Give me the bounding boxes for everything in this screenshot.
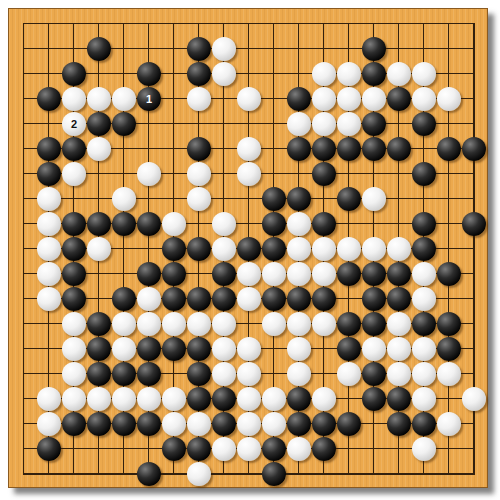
black-stone bbox=[362, 287, 386, 311]
black-stone bbox=[212, 387, 236, 411]
white-stone bbox=[187, 87, 211, 111]
white-stone bbox=[387, 312, 411, 336]
white-stone bbox=[412, 262, 436, 286]
white-stone bbox=[337, 62, 361, 86]
white-stone bbox=[287, 112, 311, 136]
black-stone bbox=[212, 262, 236, 286]
black-stone bbox=[437, 262, 461, 286]
black-stone bbox=[387, 412, 411, 436]
black-stone bbox=[212, 287, 236, 311]
white-stone bbox=[312, 237, 336, 261]
black-stone bbox=[87, 212, 111, 236]
white-stone bbox=[262, 387, 286, 411]
white-stone bbox=[187, 412, 211, 436]
black-stone bbox=[287, 87, 311, 111]
white-stone bbox=[412, 87, 436, 111]
white-stone bbox=[162, 212, 186, 236]
black-stone bbox=[187, 137, 211, 161]
white-stone bbox=[162, 387, 186, 411]
black-stone bbox=[412, 212, 436, 236]
black-stone bbox=[362, 62, 386, 86]
black-stone bbox=[337, 137, 361, 161]
white-stone bbox=[37, 237, 61, 261]
white-stone bbox=[237, 387, 261, 411]
white-stone bbox=[212, 362, 236, 386]
white-stone bbox=[237, 337, 261, 361]
black-stone bbox=[312, 412, 336, 436]
white-stone bbox=[362, 87, 386, 111]
white-stone bbox=[387, 337, 411, 361]
white-stone bbox=[212, 237, 236, 261]
black-stone bbox=[62, 212, 86, 236]
black-stone bbox=[112, 212, 136, 236]
black-stone bbox=[437, 137, 461, 161]
white-stone: 2 bbox=[62, 112, 86, 136]
black-stone bbox=[112, 412, 136, 436]
white-stone bbox=[62, 362, 86, 386]
black-stone bbox=[262, 237, 286, 261]
white-stone bbox=[87, 87, 111, 111]
white-stone bbox=[112, 337, 136, 361]
black-stone bbox=[337, 412, 361, 436]
black-stone bbox=[187, 437, 211, 461]
black-stone bbox=[112, 287, 136, 311]
white-stone bbox=[362, 187, 386, 211]
white-stone bbox=[162, 312, 186, 336]
black-stone bbox=[412, 237, 436, 261]
white-stone bbox=[37, 412, 61, 436]
black-stone bbox=[137, 212, 161, 236]
white-stone bbox=[262, 412, 286, 436]
black-stone bbox=[462, 212, 486, 236]
black-stone bbox=[312, 212, 336, 236]
white-stone bbox=[287, 362, 311, 386]
white-stone bbox=[137, 162, 161, 186]
white-stone bbox=[212, 437, 236, 461]
black-stone bbox=[312, 162, 336, 186]
black-stone bbox=[437, 312, 461, 336]
black-stone bbox=[262, 437, 286, 461]
white-stone bbox=[237, 162, 261, 186]
white-stone bbox=[112, 312, 136, 336]
white-stone bbox=[337, 87, 361, 111]
white-stone bbox=[312, 262, 336, 286]
black-stone bbox=[37, 137, 61, 161]
white-stone bbox=[437, 87, 461, 111]
white-stone bbox=[237, 362, 261, 386]
white-stone bbox=[312, 62, 336, 86]
black-stone bbox=[87, 337, 111, 361]
black-stone bbox=[187, 237, 211, 261]
black-stone bbox=[362, 37, 386, 61]
white-stone bbox=[62, 312, 86, 336]
white-stone bbox=[337, 237, 361, 261]
black-stone bbox=[387, 137, 411, 161]
black-stone bbox=[162, 337, 186, 361]
white-stone bbox=[212, 337, 236, 361]
black-stone bbox=[262, 187, 286, 211]
white-stone bbox=[137, 387, 161, 411]
black-stone bbox=[362, 362, 386, 386]
white-stone bbox=[237, 262, 261, 286]
black-stone bbox=[412, 412, 436, 436]
black-stone bbox=[287, 287, 311, 311]
black-stone bbox=[187, 362, 211, 386]
black-stone bbox=[187, 387, 211, 411]
black-stone bbox=[362, 262, 386, 286]
white-stone bbox=[287, 262, 311, 286]
white-stone bbox=[412, 387, 436, 411]
white-stone bbox=[337, 112, 361, 136]
black-stone bbox=[137, 462, 161, 486]
black-stone bbox=[137, 362, 161, 386]
white-stone bbox=[412, 62, 436, 86]
white-stone bbox=[287, 237, 311, 261]
white-stone bbox=[187, 312, 211, 336]
black-stone bbox=[412, 112, 436, 136]
white-stone bbox=[37, 387, 61, 411]
white-stone bbox=[37, 262, 61, 286]
black-stone bbox=[187, 62, 211, 86]
black-stone bbox=[437, 337, 461, 361]
white-stone bbox=[62, 87, 86, 111]
black-stone bbox=[312, 437, 336, 461]
black-stone bbox=[287, 187, 311, 211]
black-stone bbox=[37, 87, 61, 111]
black-stone bbox=[187, 337, 211, 361]
black-stone bbox=[62, 262, 86, 286]
black-stone bbox=[87, 112, 111, 136]
black-stone bbox=[412, 162, 436, 186]
white-stone bbox=[112, 387, 136, 411]
black-stone bbox=[412, 312, 436, 336]
black-stone bbox=[337, 187, 361, 211]
black-stone bbox=[387, 87, 411, 111]
black-stone bbox=[312, 137, 336, 161]
black-stone bbox=[362, 312, 386, 336]
white-stone bbox=[262, 262, 286, 286]
white-stone bbox=[37, 212, 61, 236]
black-stone bbox=[337, 337, 361, 361]
white-stone bbox=[62, 337, 86, 361]
white-stone bbox=[237, 437, 261, 461]
black-stone bbox=[362, 137, 386, 161]
black-stone bbox=[137, 412, 161, 436]
white-stone bbox=[62, 162, 86, 186]
white-stone bbox=[412, 362, 436, 386]
white-stone bbox=[412, 437, 436, 461]
black-stone bbox=[312, 287, 336, 311]
white-stone bbox=[387, 62, 411, 86]
black-stone bbox=[362, 387, 386, 411]
black-stone bbox=[187, 287, 211, 311]
black-stone: 1 bbox=[137, 87, 161, 111]
white-stone bbox=[187, 162, 211, 186]
white-stone bbox=[187, 462, 211, 486]
black-stone bbox=[162, 287, 186, 311]
white-stone bbox=[412, 287, 436, 311]
black-stone bbox=[237, 237, 261, 261]
black-stone bbox=[262, 462, 286, 486]
black-stone bbox=[162, 262, 186, 286]
white-stone bbox=[212, 212, 236, 236]
black-stone bbox=[462, 137, 486, 161]
white-stone bbox=[237, 287, 261, 311]
white-stone bbox=[287, 212, 311, 236]
black-stone bbox=[137, 62, 161, 86]
white-stone bbox=[362, 237, 386, 261]
black-stone bbox=[162, 237, 186, 261]
white-stone bbox=[387, 237, 411, 261]
white-stone bbox=[87, 237, 111, 261]
black-stone bbox=[62, 62, 86, 86]
white-stone bbox=[112, 187, 136, 211]
white-stone bbox=[412, 337, 436, 361]
black-stone bbox=[87, 37, 111, 61]
go-board[interactable]: 12 bbox=[8, 8, 488, 488]
white-stone bbox=[462, 387, 486, 411]
white-stone bbox=[262, 312, 286, 336]
white-stone bbox=[137, 312, 161, 336]
black-stone bbox=[37, 162, 61, 186]
white-stone bbox=[187, 187, 211, 211]
black-stone bbox=[337, 312, 361, 336]
move-number-label: 2 bbox=[71, 119, 77, 130]
white-stone bbox=[287, 337, 311, 361]
white-stone bbox=[337, 362, 361, 386]
white-stone bbox=[237, 412, 261, 436]
white-stone bbox=[212, 62, 236, 86]
white-stone bbox=[437, 362, 461, 386]
white-stone bbox=[62, 387, 86, 411]
white-stone bbox=[212, 312, 236, 336]
white-stone bbox=[112, 87, 136, 111]
white-stone bbox=[312, 387, 336, 411]
white-stone bbox=[137, 287, 161, 311]
black-stone bbox=[112, 362, 136, 386]
white-stone bbox=[237, 137, 261, 161]
black-stone bbox=[362, 112, 386, 136]
black-stone bbox=[162, 437, 186, 461]
black-stone bbox=[137, 337, 161, 361]
white-stone bbox=[387, 362, 411, 386]
black-stone bbox=[37, 437, 61, 461]
black-stone bbox=[212, 412, 236, 436]
black-stone bbox=[262, 287, 286, 311]
black-stone bbox=[112, 112, 136, 136]
white-stone bbox=[287, 312, 311, 336]
white-stone bbox=[212, 37, 236, 61]
black-stone bbox=[87, 412, 111, 436]
black-stone bbox=[87, 362, 111, 386]
black-stone bbox=[62, 412, 86, 436]
black-stone bbox=[62, 287, 86, 311]
white-stone bbox=[37, 187, 61, 211]
black-stone bbox=[387, 387, 411, 411]
white-stone bbox=[37, 287, 61, 311]
black-stone bbox=[337, 262, 361, 286]
white-stone bbox=[312, 87, 336, 111]
white-stone bbox=[237, 87, 261, 111]
black-stone bbox=[387, 262, 411, 286]
white-stone bbox=[362, 337, 386, 361]
black-stone bbox=[87, 312, 111, 336]
white-stone bbox=[437, 412, 461, 436]
white-stone bbox=[312, 312, 336, 336]
black-stone bbox=[262, 212, 286, 236]
black-stone bbox=[287, 387, 311, 411]
black-stone bbox=[187, 37, 211, 61]
black-stone bbox=[62, 237, 86, 261]
black-stone bbox=[62, 137, 86, 161]
white-stone bbox=[87, 137, 111, 161]
white-stone bbox=[312, 112, 336, 136]
move-number-label: 1 bbox=[146, 94, 152, 105]
white-stone bbox=[87, 387, 111, 411]
black-stone bbox=[287, 412, 311, 436]
black-stone bbox=[137, 262, 161, 286]
black-stone bbox=[387, 287, 411, 311]
white-stone bbox=[287, 437, 311, 461]
white-stone bbox=[162, 412, 186, 436]
black-stone bbox=[287, 137, 311, 161]
